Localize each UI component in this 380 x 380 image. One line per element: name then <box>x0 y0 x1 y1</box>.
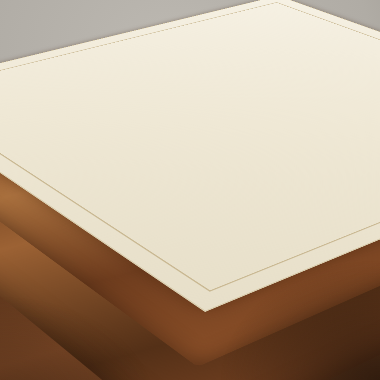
board-scene <box>0 0 380 380</box>
board-3d-wrapper <box>0 0 380 312</box>
chess-set-photo <box>0 0 380 380</box>
